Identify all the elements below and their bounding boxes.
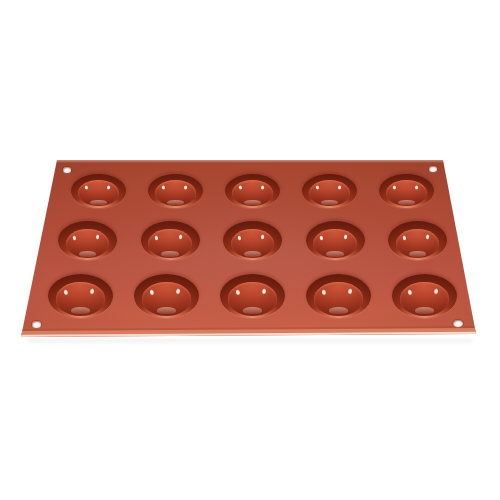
window-reflection [161,251,179,257]
window-reflection [329,307,349,314]
window-reflection [398,200,415,205]
window-reflection [167,200,184,205]
window-reflection [415,307,435,314]
window-reflection [326,251,344,257]
mold-cavity [48,274,113,318]
window-reflection [321,200,338,205]
window-reflection [90,200,107,205]
mold-cavity [306,221,365,260]
corner-hole [453,320,463,327]
mold-cavity [148,174,203,208]
mold-cavity [71,174,126,208]
window-reflection [71,307,91,314]
corner-hole [32,321,42,328]
specular-highlight-right [259,184,265,191]
mold-cavity [58,221,117,260]
window-reflection [244,251,262,257]
window-reflection [79,251,97,257]
mold-cavity [141,221,200,260]
specular-highlight-right [336,184,342,191]
product-photo [0,0,500,500]
corner-hole [63,167,71,173]
mold-cavity [225,174,280,208]
mold-cavity [388,221,447,260]
baking-mold [0,0,500,500]
specular-highlight-right [182,184,188,191]
specular-highlight-right [413,184,419,191]
mold-top-edge-highlight [57,160,443,163]
mold-cavity [379,174,434,208]
window-reflection [244,200,261,205]
surface-reflection [28,339,472,345]
corner-hole [429,166,437,172]
mold-cavity [392,274,457,318]
mold-cavity [134,274,199,318]
mold-cavity [306,274,371,318]
window-reflection [409,251,427,257]
mold-cavity [220,274,285,318]
mold-cavity [302,174,357,208]
specular-highlight-right [105,184,111,191]
window-reflection [243,307,263,314]
window-reflection [157,307,177,314]
mold-cavity [223,221,282,260]
